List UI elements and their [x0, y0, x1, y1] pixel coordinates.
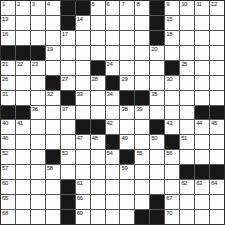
- cell-r3c10[interactable]: 20: [150, 46, 164, 60]
- clue-number-6: 6: [107, 1, 110, 8]
- clue-number-67: 67: [166, 195, 172, 202]
- cell-r4c4[interactable]: [61, 61, 75, 75]
- cell-r1c6[interactable]: [91, 16, 105, 30]
- cell-r8c3[interactable]: [46, 120, 60, 134]
- cell-r9c0[interactable]: 46: [1, 135, 15, 149]
- cell-r4c7[interactable]: 24: [106, 61, 120, 75]
- clue-number-43: 43: [166, 120, 172, 127]
- clue-number-39: 39: [136, 106, 142, 113]
- cell-r9c6[interactable]: 48: [91, 135, 105, 149]
- cell-r10c7[interactable]: 54: [106, 150, 120, 164]
- cell-r10c12[interactable]: [180, 150, 194, 164]
- cell-r5c13[interactable]: [195, 76, 209, 90]
- cell-r7c6[interactable]: [91, 106, 105, 120]
- cell-r6c13[interactable]: [195, 91, 209, 105]
- clue-number-50: 50: [151, 135, 157, 142]
- cell-r2c5[interactable]: [76, 31, 90, 45]
- cell-r13c0[interactable]: 65: [1, 195, 15, 209]
- cell-r8c0[interactable]: 40: [1, 120, 15, 134]
- clue-number-26: 26: [2, 76, 8, 83]
- black-cell-r11c13: [195, 165, 209, 179]
- cell-r8c9[interactable]: [135, 120, 149, 134]
- clue-number-70: 70: [166, 210, 172, 217]
- cell-r12c3[interactable]: [46, 180, 60, 194]
- cell-r13c2[interactable]: [31, 195, 45, 209]
- cell-r2c0[interactable]: 16: [1, 31, 15, 45]
- cell-r11c11[interactable]: [165, 165, 179, 179]
- cell-r2c11[interactable]: 18: [165, 31, 179, 45]
- black-cell-r7c14: [210, 106, 224, 120]
- cell-r5c11[interactable]: 30: [165, 76, 179, 90]
- cell-r0c9[interactable]: 8: [135, 1, 149, 15]
- cell-r8c8[interactable]: [120, 120, 134, 134]
- cell-r1c11[interactable]: 15: [165, 16, 179, 30]
- clue-number-48: 48: [92, 135, 98, 142]
- cell-r12c5[interactable]: 61: [76, 180, 90, 194]
- cell-r10c0[interactable]: 52: [1, 150, 15, 164]
- cell-r12c0[interactable]: 60: [1, 180, 15, 194]
- cell-r6c11[interactable]: [165, 91, 179, 105]
- cell-r5c14[interactable]: [210, 76, 224, 90]
- cell-r0c14[interactable]: 12: [210, 1, 224, 15]
- cell-r2c2[interactable]: [31, 31, 45, 45]
- cell-r8c2[interactable]: [31, 120, 45, 134]
- cell-r1c0[interactable]: 13: [1, 16, 15, 30]
- clue-number-51: 51: [181, 135, 187, 142]
- cell-r0c3[interactable]: 4: [46, 1, 60, 15]
- cell-r4c5[interactable]: [76, 61, 90, 75]
- cell-r8c13[interactable]: 44: [195, 120, 209, 134]
- black-cell-r6c8: [120, 91, 134, 105]
- clue-number-62: 62: [181, 180, 187, 187]
- cell-r13c7[interactable]: [106, 195, 120, 209]
- black-cell-r7c0: [1, 106, 15, 120]
- cell-r9c1[interactable]: [16, 135, 30, 149]
- cell-r8c1[interactable]: 41: [16, 120, 30, 134]
- cell-r2c7[interactable]: [106, 31, 120, 45]
- clue-number-56: 56: [166, 150, 172, 157]
- cell-r10c10[interactable]: [150, 150, 164, 164]
- black-cell-r7c13: [195, 106, 209, 120]
- cell-r4c13[interactable]: [195, 61, 209, 75]
- cell-r7c9[interactable]: 39: [135, 106, 149, 120]
- cell-r2c1[interactable]: [16, 31, 30, 45]
- black-cell-r0c4: [61, 1, 75, 15]
- cell-r9c2[interactable]: [31, 135, 45, 149]
- cell-r6c14[interactable]: [210, 91, 224, 105]
- cell-r10c14[interactable]: [210, 150, 224, 164]
- clue-number-35: 35: [151, 91, 157, 98]
- cell-r10c6[interactable]: [91, 150, 105, 164]
- clue-number-61: 61: [77, 180, 83, 187]
- black-cell-r3c1: [16, 46, 30, 60]
- clue-number-8: 8: [136, 1, 139, 8]
- cell-r13c9[interactable]: [135, 195, 149, 209]
- cell-r14c14[interactable]: [210, 210, 224, 224]
- clue-number-17: 17: [62, 31, 68, 38]
- clue-number-11: 11: [196, 1, 201, 8]
- cell-r4c8[interactable]: [120, 61, 134, 75]
- clue-number-29: 29: [121, 76, 127, 83]
- cell-r12c11[interactable]: [165, 180, 179, 194]
- clue-number-64: 64: [211, 180, 217, 187]
- cell-r1c7[interactable]: [106, 16, 120, 30]
- cell-r11c1[interactable]: [16, 165, 30, 179]
- black-cell-r14c10: [150, 210, 164, 224]
- cell-r14c2[interactable]: [31, 210, 45, 224]
- black-cell-r4c11: [165, 61, 179, 75]
- cell-r5c4[interactable]: 27: [61, 76, 75, 90]
- cell-r11c2[interactable]: [31, 165, 45, 179]
- cell-r1c5[interactable]: 14: [76, 16, 90, 30]
- clue-number-40: 40: [2, 120, 8, 127]
- black-cell-r11c14: [210, 165, 224, 179]
- cell-r7c7[interactable]: [106, 106, 120, 120]
- cell-r7c8[interactable]: 38: [120, 106, 134, 120]
- clue-number-66: 66: [77, 195, 83, 202]
- cell-r3c13[interactable]: [195, 46, 209, 60]
- clue-number-54: 54: [107, 150, 113, 157]
- black-cell-r3c0: [1, 46, 15, 60]
- clue-number-65: 65: [2, 195, 8, 202]
- cell-r10c9[interactable]: 55: [135, 150, 149, 164]
- black-cell-r1c10: [150, 16, 164, 30]
- cell-r13c13[interactable]: [195, 195, 209, 209]
- cell-r7c12[interactable]: [180, 106, 194, 120]
- cell-r9c5[interactable]: 47: [76, 135, 90, 149]
- cell-r3c11[interactable]: [165, 46, 179, 60]
- cell-r13c8[interactable]: [120, 195, 134, 209]
- cell-r6c2[interactable]: [31, 91, 45, 105]
- cell-r6c3[interactable]: 32: [46, 91, 60, 105]
- cell-r12c7[interactable]: [106, 180, 120, 194]
- cell-r1c9[interactable]: [135, 16, 149, 30]
- cell-r7c11[interactable]: [165, 106, 179, 120]
- cell-r10c2[interactable]: [31, 150, 45, 164]
- cell-r8c7[interactable]: 42: [106, 120, 120, 134]
- clue-number-46: 46: [2, 135, 8, 142]
- cell-r7c4[interactable]: 37: [61, 106, 75, 120]
- cell-r3c5[interactable]: [76, 46, 90, 60]
- clue-number-14: 14: [77, 16, 83, 23]
- clue-number-2: 2: [17, 1, 20, 8]
- cell-r14c11[interactable]: 70: [165, 210, 179, 224]
- clue-number-20: 20: [151, 46, 157, 53]
- cell-r2c3[interactable]: [46, 31, 60, 45]
- cell-r1c1[interactable]: [16, 16, 30, 30]
- cell-r9c14[interactable]: [210, 135, 224, 149]
- cell-r3c6[interactable]: [91, 46, 105, 60]
- cell-r14c0[interactable]: 68: [1, 210, 15, 224]
- cell-r4c10[interactable]: [150, 61, 164, 75]
- black-cell-r7c1: [16, 106, 30, 120]
- cell-r11c10[interactable]: [150, 165, 164, 179]
- black-cell-r3c2: [31, 46, 45, 60]
- black-cell-r9c7: [106, 135, 120, 149]
- clue-number-19: 19: [47, 46, 53, 53]
- cell-r9c12[interactable]: 51: [180, 135, 194, 149]
- cell-r11c4[interactable]: [61, 165, 75, 179]
- clue-number-4: 4: [47, 1, 50, 8]
- cell-r5c10[interactable]: [150, 76, 164, 90]
- cell-r5c12[interactable]: [180, 76, 194, 90]
- cell-r1c3[interactable]: [46, 16, 60, 30]
- cell-r3c4[interactable]: [61, 46, 75, 60]
- black-cell-r9c11: [165, 135, 179, 149]
- black-cell-r1c4: [61, 16, 75, 30]
- clue-number-68: 68: [2, 210, 8, 217]
- clue-number-23: 23: [32, 61, 38, 68]
- clue-number-36: 36: [32, 106, 38, 113]
- cell-r10c1[interactable]: [16, 150, 30, 164]
- cell-r7c2[interactable]: 36: [31, 106, 45, 120]
- clue-number-24: 24: [107, 61, 113, 68]
- cell-r12c12[interactable]: 62: [180, 180, 194, 194]
- clue-number-33: 33: [77, 91, 83, 98]
- cell-r14c8[interactable]: [120, 210, 134, 224]
- clue-number-45: 45: [211, 120, 217, 127]
- clue-number-41: 41: [17, 120, 23, 127]
- clue-number-15: 15: [166, 16, 172, 23]
- clue-number-63: 63: [196, 180, 202, 187]
- cell-r6c6[interactable]: [91, 91, 105, 105]
- cell-r14c3[interactable]: [46, 210, 60, 224]
- cell-r2c6[interactable]: [91, 31, 105, 45]
- cell-r1c8[interactable]: [120, 16, 134, 30]
- cell-r13c6[interactable]: [91, 195, 105, 209]
- cell-r12c13[interactable]: 63: [195, 180, 209, 194]
- cell-r5c5[interactable]: [76, 76, 90, 90]
- cell-r0c6[interactable]: 5: [91, 1, 105, 15]
- cell-r12c1[interactable]: [16, 180, 30, 194]
- black-cell-r4c6: [91, 61, 105, 75]
- cell-r0c2[interactable]: 3: [31, 1, 45, 15]
- cell-r4c1[interactable]: 22: [16, 61, 30, 75]
- cell-r11c9[interactable]: [135, 165, 149, 179]
- cell-r6c1[interactable]: [16, 91, 30, 105]
- cell-r2c13[interactable]: [195, 31, 209, 45]
- cell-r8c12[interactable]: [180, 120, 194, 134]
- cell-r6c0[interactable]: 31: [1, 91, 15, 105]
- cell-r4c3[interactable]: [46, 61, 60, 75]
- black-cell-r0c10: [150, 1, 164, 15]
- cell-r9c13[interactable]: [195, 135, 209, 149]
- clue-number-60: 60: [2, 180, 8, 187]
- cell-r1c13[interactable]: [195, 16, 209, 30]
- clue-number-12: 12: [211, 1, 217, 8]
- cell-r4c9[interactable]: [135, 61, 149, 75]
- cell-r7c10[interactable]: [150, 106, 164, 120]
- clue-number-52: 52: [2, 150, 8, 157]
- cell-r6c5[interactable]: 33: [76, 91, 90, 105]
- crossword-grid: 1234567891011121314151617181920212223242…: [0, 0, 225, 225]
- cell-r4c12[interactable]: 25: [180, 61, 194, 75]
- black-cell-r11c12: [180, 165, 194, 179]
- cell-r2c12[interactable]: [180, 31, 194, 45]
- clue-number-38: 38: [121, 106, 127, 113]
- black-cell-r14c4: [61, 210, 75, 224]
- cell-r3c7[interactable]: [106, 46, 120, 60]
- cell-r10c11[interactable]: 56: [165, 150, 179, 164]
- cell-r0c8[interactable]: 7: [120, 1, 134, 15]
- cell-r0c11[interactable]: 9: [165, 1, 179, 15]
- clue-number-1: 1: [2, 1, 5, 8]
- clue-number-27: 27: [62, 76, 68, 83]
- cell-r13c3[interactable]: [46, 195, 60, 209]
- cell-r1c12[interactable]: [180, 16, 194, 30]
- cell-r4c2[interactable]: 23: [31, 61, 45, 75]
- cell-r2c4[interactable]: 17: [61, 31, 75, 45]
- cell-r13c12[interactable]: [180, 195, 194, 209]
- cell-r5c9[interactable]: [135, 76, 149, 90]
- black-cell-r5c7: [106, 76, 120, 90]
- cell-r5c0[interactable]: 26: [1, 76, 15, 90]
- black-cell-r8c5: [76, 120, 90, 134]
- black-cell-r6c4: [61, 91, 75, 105]
- clue-number-18: 18: [166, 31, 172, 38]
- cell-r8c14[interactable]: 45: [210, 120, 224, 134]
- cell-r6c10[interactable]: 35: [150, 91, 164, 105]
- cell-r11c7[interactable]: [106, 165, 120, 179]
- clue-number-21: 21: [2, 61, 8, 68]
- cell-r6c12[interactable]: [180, 91, 194, 105]
- cell-r13c1[interactable]: [16, 195, 30, 209]
- cell-r1c2[interactable]: [31, 16, 45, 30]
- cell-r9c10[interactable]: 50: [150, 135, 164, 149]
- cell-r12c2[interactable]: [31, 180, 45, 194]
- cell-r3c3[interactable]: 19: [46, 46, 60, 60]
- clue-number-30: 30: [166, 76, 172, 83]
- black-cell-r12c4: [61, 180, 75, 194]
- black-cell-r13c10: [150, 195, 164, 209]
- cell-r14c7[interactable]: [106, 210, 120, 224]
- cell-r10c5[interactable]: [76, 150, 90, 164]
- cell-r2c9[interactable]: [135, 31, 149, 45]
- clue-number-32: 32: [47, 91, 53, 98]
- clue-number-10: 10: [181, 1, 187, 8]
- cell-r10c4[interactable]: 53: [61, 150, 75, 164]
- cell-r12c8[interactable]: [120, 180, 134, 194]
- clue-number-34: 34: [107, 91, 113, 98]
- cell-r7c5[interactable]: [76, 106, 90, 120]
- cell-r5c8[interactable]: 29: [120, 76, 134, 90]
- cell-r0c0[interactable]: 1: [1, 1, 15, 15]
- black-cell-r8c6: [91, 120, 105, 134]
- clue-number-5: 5: [92, 1, 95, 8]
- cell-r9c9[interactable]: [135, 135, 149, 149]
- cell-r8c11[interactable]: 43: [165, 120, 179, 134]
- cell-r5c1[interactable]: [16, 76, 30, 90]
- clue-number-42: 42: [107, 120, 113, 127]
- clue-number-13: 13: [2, 16, 8, 23]
- cell-r14c13[interactable]: [195, 210, 209, 224]
- cell-r14c5[interactable]: 69: [76, 210, 90, 224]
- clue-number-55: 55: [136, 150, 142, 157]
- black-cell-r2c10: [150, 31, 164, 45]
- clue-number-44: 44: [196, 120, 202, 127]
- black-cell-r0c5: [76, 1, 90, 15]
- cell-r11c8[interactable]: 59: [120, 165, 134, 179]
- cell-r0c13[interactable]: 11: [195, 1, 209, 15]
- clue-number-47: 47: [77, 135, 83, 142]
- clue-number-53: 53: [62, 150, 68, 157]
- clue-number-22: 22: [17, 61, 23, 68]
- cell-r11c5[interactable]: [76, 165, 90, 179]
- cell-r3c9[interactable]: [135, 46, 149, 60]
- cell-r0c12[interactable]: 10: [180, 1, 194, 15]
- black-cell-r10c3: [46, 150, 60, 164]
- clue-number-58: 58: [47, 165, 53, 172]
- clue-number-37: 37: [62, 106, 68, 113]
- cell-r9c8[interactable]: 49: [120, 135, 134, 149]
- black-cell-r13c4: [61, 195, 75, 209]
- cell-r5c2[interactable]: [31, 76, 45, 90]
- cell-r10c13[interactable]: [195, 150, 209, 164]
- black-cell-r10c8: [120, 150, 134, 164]
- cell-r14c6[interactable]: [91, 210, 105, 224]
- cell-r2c14[interactable]: [210, 31, 224, 45]
- clue-number-31: 31: [2, 91, 8, 98]
- clue-number-28: 28: [92, 76, 98, 83]
- cell-r6c7[interactable]: 34: [106, 91, 120, 105]
- cell-r13c5[interactable]: 66: [76, 195, 90, 209]
- cell-r4c0[interactable]: 21: [1, 61, 15, 75]
- cell-r9c4[interactable]: [61, 135, 75, 149]
- cell-r12c9[interactable]: [135, 180, 149, 194]
- cell-r3c14[interactable]: [210, 46, 224, 60]
- clue-number-25: 25: [181, 61, 187, 68]
- cell-r12c6[interactable]: [91, 180, 105, 194]
- cell-r1c14[interactable]: [210, 16, 224, 30]
- cell-r5c6[interactable]: 28: [91, 76, 105, 90]
- cell-r11c3[interactable]: 58: [46, 165, 60, 179]
- cell-r0c7[interactable]: 6: [106, 1, 120, 15]
- cell-r3c12[interactable]: [180, 46, 194, 60]
- cell-r8c4[interactable]: [61, 120, 75, 134]
- clue-number-57: 57: [2, 165, 8, 172]
- black-cell-r5c3: [46, 76, 60, 90]
- black-cell-r8c10: [150, 120, 164, 134]
- cell-r0c1[interactable]: 2: [16, 1, 30, 15]
- cell-r4c14[interactable]: [210, 61, 224, 75]
- black-cell-r14c9: [135, 210, 149, 224]
- cell-r14c1[interactable]: [16, 210, 30, 224]
- cell-r9c3[interactable]: [46, 135, 60, 149]
- cell-r13c14[interactable]: [210, 195, 224, 209]
- cell-r7c3[interactable]: [46, 106, 60, 120]
- black-cell-r6c9: [135, 91, 149, 105]
- clue-number-49: 49: [121, 135, 127, 142]
- cell-r2c8[interactable]: [120, 31, 134, 45]
- cell-r12c14[interactable]: 64: [210, 180, 224, 194]
- cell-r13c11[interactable]: 67: [165, 195, 179, 209]
- cell-r11c6[interactable]: [91, 165, 105, 179]
- cell-r12c10[interactable]: [150, 180, 164, 194]
- clue-number-16: 16: [2, 31, 8, 38]
- clue-number-69: 69: [77, 210, 83, 217]
- cell-r11c0[interactable]: 57: [1, 165, 15, 179]
- clue-number-59: 59: [121, 165, 127, 172]
- clue-number-7: 7: [121, 1, 124, 8]
- cell-r14c12[interactable]: [180, 210, 194, 224]
- clue-number-9: 9: [166, 1, 169, 8]
- clue-number-3: 3: [32, 1, 35, 8]
- cell-r3c8[interactable]: [120, 46, 134, 60]
